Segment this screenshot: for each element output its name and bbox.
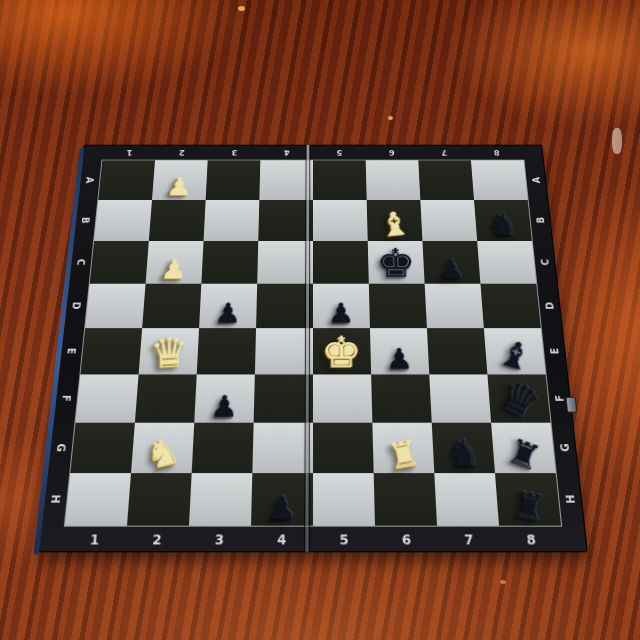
coord-label: H xyxy=(28,489,83,509)
square-e4[interactable] xyxy=(255,328,313,374)
coord-label: 5 xyxy=(313,145,366,159)
piece-black-pawn-c7[interactable]: ♟ xyxy=(438,256,466,282)
coord-label: 6 xyxy=(365,145,418,159)
square-c7[interactable]: ♟ xyxy=(422,241,480,284)
coord-label: 6 xyxy=(375,527,438,553)
piece-white-pawn-a2[interactable]: ♟ xyxy=(166,175,193,199)
square-g2[interactable]: ♞ xyxy=(131,423,194,473)
square-d7[interactable] xyxy=(425,284,484,328)
wood-speck xyxy=(612,128,622,154)
square-c5[interactable] xyxy=(313,241,369,284)
square-c6[interactable]: ♚ xyxy=(368,241,425,284)
piece-black-pawn-d5[interactable]: ♟ xyxy=(328,300,355,327)
piece-white-rook-g6[interactable]: ♜ xyxy=(384,434,423,474)
coord-label: C xyxy=(56,254,105,271)
wood-table: 12345678 12345678 ABCDEFGH ABCDEFGH ♟♝♞♟… xyxy=(0,0,640,640)
square-g7[interactable]: ♞ xyxy=(432,423,495,473)
coord-label: D xyxy=(525,297,575,314)
square-h7[interactable] xyxy=(434,473,499,526)
coord-label: 2 xyxy=(125,527,189,553)
coord-label: F xyxy=(40,389,93,408)
hinge-clasp xyxy=(565,397,577,413)
coord-label: 5 xyxy=(313,527,376,553)
wood-speck xyxy=(388,116,393,120)
coord-label: E xyxy=(45,342,96,360)
square-h4[interactable]: ♟ xyxy=(251,473,313,526)
square-a5[interactable] xyxy=(313,160,367,200)
square-g3[interactable] xyxy=(192,423,254,473)
coord-label: 2 xyxy=(155,145,208,159)
coord-label: 3 xyxy=(188,527,251,553)
square-f7[interactable] xyxy=(429,374,491,422)
square-a2[interactable]: ♟ xyxy=(152,160,208,200)
square-e7[interactable] xyxy=(427,328,488,374)
coord-label: C xyxy=(521,254,570,271)
coord-label: 1 xyxy=(102,145,156,159)
square-f3[interactable]: ♟ xyxy=(194,374,255,422)
square-h3[interactable] xyxy=(189,473,252,526)
square-g5[interactable] xyxy=(313,423,374,473)
coord-label: 4 xyxy=(250,527,313,553)
bottom-rank-labels: 12345678 xyxy=(62,527,564,553)
piece-black-pawn-h4[interactable]: ♟ xyxy=(267,492,296,524)
coord-label: F xyxy=(534,389,587,408)
square-c4[interactable] xyxy=(257,241,313,284)
piece-black-pawn-d3[interactable]: ♟ xyxy=(214,300,242,327)
square-f6[interactable] xyxy=(371,374,432,422)
coord-label: 4 xyxy=(260,145,313,159)
coord-label: 1 xyxy=(62,527,127,553)
square-f5[interactable] xyxy=(313,374,372,422)
square-g4[interactable] xyxy=(252,423,313,473)
coord-label: 8 xyxy=(499,527,564,553)
board-frame: 12345678 12345678 ABCDEFGH ABCDEFGH ♟♝♞♟… xyxy=(38,145,588,553)
square-c3[interactable] xyxy=(201,241,258,284)
coord-label: B xyxy=(61,212,109,228)
wood-speck xyxy=(238,6,245,11)
coord-label: E xyxy=(529,342,580,360)
piece-black-pawn-f3[interactable]: ♟ xyxy=(210,392,239,422)
square-e5[interactable]: ♚ xyxy=(313,328,371,374)
square-a7[interactable] xyxy=(418,160,474,200)
piece-black-king-c6[interactable]: ♚ xyxy=(376,244,417,283)
piece-black-knight-b8[interactable]: ♞ xyxy=(487,209,519,242)
piece-black-pawn-e6[interactable]: ♟ xyxy=(386,345,414,374)
top-rank-labels: 12345678 xyxy=(102,145,523,159)
square-a3[interactable] xyxy=(206,160,261,200)
square-a4[interactable] xyxy=(259,160,313,200)
square-c2[interactable]: ♟ xyxy=(146,241,204,284)
square-g6[interactable]: ♜ xyxy=(372,423,434,473)
square-b6[interactable]: ♝ xyxy=(367,200,423,241)
piece-white-queen-e2[interactable]: ♛ xyxy=(149,332,188,375)
coord-label: G xyxy=(538,438,592,458)
square-d3[interactable]: ♟ xyxy=(199,284,257,328)
piece-white-pawn-c2[interactable]: ♟ xyxy=(160,256,188,282)
wood-speck xyxy=(500,580,506,584)
square-e2[interactable]: ♛ xyxy=(139,328,200,374)
square-f4[interactable] xyxy=(254,374,313,422)
coord-label: B xyxy=(517,212,565,228)
square-h6[interactable] xyxy=(374,473,437,526)
coord-label: D xyxy=(51,297,101,314)
board-grid: ♟♝♞♟♚♟♟♟♛♚♟♝♟♛♞♜♞♜♟♜ xyxy=(65,160,561,525)
coord-label: 7 xyxy=(418,145,471,159)
square-b3[interactable] xyxy=(204,200,260,241)
square-b7[interactable] xyxy=(420,200,477,241)
piece-white-bishop-b6[interactable]: ♝ xyxy=(376,207,413,242)
coord-label: A xyxy=(513,172,560,187)
square-d6[interactable] xyxy=(369,284,427,328)
piece-white-knight-g2[interactable]: ♞ xyxy=(143,431,183,475)
coord-label: 3 xyxy=(208,145,261,159)
square-d5[interactable]: ♟ xyxy=(313,284,370,328)
coord-label: 7 xyxy=(437,527,501,553)
square-a6[interactable] xyxy=(366,160,421,200)
square-b4[interactable] xyxy=(258,200,313,241)
piece-black-knight-g7[interactable]: ♞ xyxy=(446,434,480,473)
square-b5[interactable] xyxy=(313,200,368,241)
square-e6[interactable]: ♟ xyxy=(370,328,429,374)
coord-label: 8 xyxy=(470,145,524,159)
square-f2[interactable] xyxy=(135,374,197,422)
square-d4[interactable] xyxy=(256,284,313,328)
square-e3[interactable] xyxy=(197,328,256,374)
piece-black-rook-h8[interactable]: ♜ xyxy=(510,485,547,528)
piece-white-king-e5[interactable]: ♚ xyxy=(321,331,362,374)
square-d2[interactable] xyxy=(142,284,201,328)
chess-board: 12345678 12345678 ABCDEFGH ABCDEFGH ♟♝♞♟… xyxy=(38,145,588,553)
coord-label: H xyxy=(543,489,598,509)
coord-label: A xyxy=(66,172,113,187)
square-h2[interactable] xyxy=(127,473,192,526)
square-h5[interactable] xyxy=(313,473,375,526)
coord-label: G xyxy=(34,438,88,458)
square-b2[interactable] xyxy=(149,200,206,241)
